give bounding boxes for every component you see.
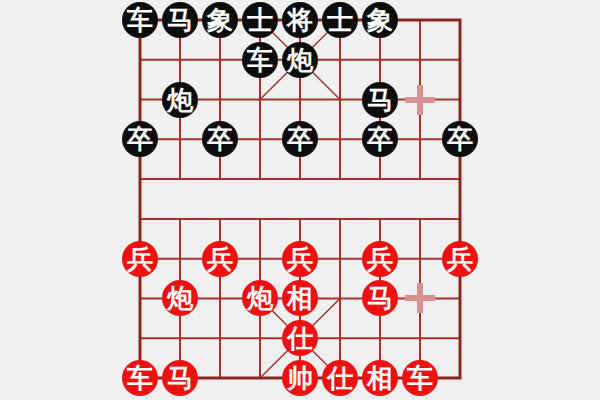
red-elephant[interactable]: 相 (282, 280, 318, 316)
red-cannon[interactable]: 炮 (242, 280, 278, 316)
black-cannon[interactable]: 炮 (282, 42, 318, 78)
red-chariot[interactable]: 车 (122, 360, 158, 396)
black-soldier[interactable]: 卒 (122, 121, 158, 157)
red-general[interactable]: 帅 (282, 360, 318, 396)
red-soldier[interactable]: 兵 (282, 241, 318, 277)
black-soldier[interactable]: 卒 (202, 121, 238, 157)
last-move-marker (405, 283, 435, 313)
black-advisor[interactable]: 士 (322, 2, 358, 38)
red-advisor[interactable]: 仕 (282, 320, 318, 356)
black-horse[interactable]: 马 (162, 2, 198, 38)
black-soldier[interactable]: 卒 (282, 121, 318, 157)
last-move-marker (405, 85, 435, 115)
black-chariot[interactable]: 车 (242, 42, 278, 78)
red-cannon[interactable]: 炮 (162, 280, 198, 316)
red-soldier[interactable]: 兵 (202, 241, 238, 277)
black-horse[interactable]: 马 (362, 82, 398, 118)
red-soldier[interactable]: 兵 (442, 241, 478, 277)
black-advisor[interactable]: 士 (242, 2, 278, 38)
red-soldier[interactable]: 兵 (122, 241, 158, 277)
red-horse[interactable]: 马 (162, 360, 198, 396)
black-cannon[interactable]: 炮 (162, 82, 198, 118)
black-chariot[interactable]: 车 (122, 2, 158, 38)
red-soldier[interactable]: 兵 (362, 241, 398, 277)
red-horse[interactable]: 马 (362, 280, 398, 316)
black-general[interactable]: 将 (282, 2, 318, 38)
red-chariot[interactable]: 车 (402, 360, 438, 396)
black-soldier[interactable]: 卒 (362, 121, 398, 157)
red-advisor[interactable]: 仕 (322, 360, 358, 396)
black-elephant[interactable]: 象 (202, 2, 238, 38)
black-soldier[interactable]: 卒 (442, 121, 478, 157)
xiangqi-board[interactable]: 车马象士将士象车炮炮马卒卒卒卒卒兵兵兵兵兵炮炮相马仕车马帅仕相车 (0, 0, 600, 400)
red-elephant[interactable]: 相 (362, 360, 398, 396)
xiangqi-app-screen: 车马象士将士象车炮炮马卒卒卒卒卒兵兵兵兵兵炮炮相马仕车马帅仕相车 (0, 0, 600, 400)
black-elephant[interactable]: 象 (362, 2, 398, 38)
